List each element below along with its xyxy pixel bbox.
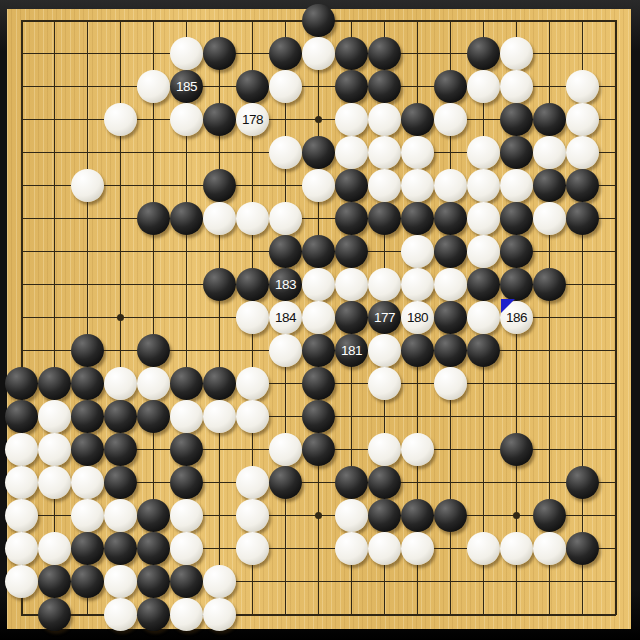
intersection[interactable] [137, 103, 170, 136]
intersection[interactable] [203, 565, 236, 598]
intersection[interactable] [434, 136, 467, 169]
intersection[interactable] [71, 532, 104, 565]
intersection[interactable] [5, 4, 38, 37]
intersection[interactable] [203, 103, 236, 136]
intersection[interactable] [71, 433, 104, 466]
intersection[interactable] [38, 334, 71, 367]
intersection[interactable] [104, 70, 137, 103]
intersection[interactable] [170, 334, 203, 367]
intersection[interactable] [467, 499, 500, 532]
intersection[interactable] [599, 169, 632, 202]
intersection[interactable] [269, 103, 302, 136]
intersection[interactable] [236, 334, 269, 367]
intersection[interactable] [38, 235, 71, 268]
intersection[interactable] [533, 400, 566, 433]
intersection[interactable] [467, 136, 500, 169]
intersection[interactable] [467, 37, 500, 70]
intersection[interactable] [533, 598, 566, 631]
intersection[interactable] [236, 301, 269, 334]
intersection[interactable] [368, 136, 401, 169]
intersection[interactable] [500, 268, 533, 301]
intersection[interactable] [566, 400, 599, 433]
intersection[interactable] [434, 103, 467, 136]
intersection[interactable] [203, 466, 236, 499]
intersection[interactable] [38, 169, 71, 202]
intersection[interactable] [500, 334, 533, 367]
intersection[interactable] [137, 70, 170, 103]
intersection[interactable] [434, 400, 467, 433]
intersection[interactable] [137, 136, 170, 169]
intersection[interactable] [269, 433, 302, 466]
intersection[interactable] [335, 103, 368, 136]
intersection[interactable] [533, 103, 566, 136]
intersection[interactable] [599, 499, 632, 532]
intersection[interactable] [434, 499, 467, 532]
intersection[interactable] [401, 169, 434, 202]
intersection[interactable] [500, 202, 533, 235]
intersection[interactable] [104, 598, 137, 631]
intersection[interactable] [203, 433, 236, 466]
intersection[interactable] [137, 169, 170, 202]
intersection[interactable]: 177 [368, 301, 401, 334]
intersection[interactable] [599, 598, 632, 631]
intersection[interactable] [368, 235, 401, 268]
intersection[interactable] [137, 334, 170, 367]
intersection[interactable] [269, 400, 302, 433]
intersection[interactable] [599, 400, 632, 433]
intersection[interactable] [71, 598, 104, 631]
intersection[interactable] [335, 433, 368, 466]
intersection[interactable] [566, 202, 599, 235]
intersection[interactable] [137, 202, 170, 235]
intersection[interactable] [269, 334, 302, 367]
intersection[interactable] [500, 4, 533, 37]
intersection[interactable] [335, 532, 368, 565]
intersection[interactable] [500, 103, 533, 136]
intersection[interactable] [500, 37, 533, 70]
intersection[interactable] [137, 235, 170, 268]
intersection[interactable] [434, 70, 467, 103]
intersection[interactable] [269, 202, 302, 235]
intersection[interactable] [401, 367, 434, 400]
intersection[interactable] [236, 466, 269, 499]
intersection[interactable] [368, 169, 401, 202]
intersection[interactable] [302, 598, 335, 631]
intersection[interactable] [500, 367, 533, 400]
intersection[interactable] [170, 268, 203, 301]
intersection[interactable] [170, 136, 203, 169]
intersection[interactable] [401, 334, 434, 367]
intersection[interactable] [599, 70, 632, 103]
intersection[interactable]: 184 [269, 301, 302, 334]
intersection[interactable] [38, 400, 71, 433]
intersection[interactable] [599, 136, 632, 169]
intersection[interactable] [104, 565, 137, 598]
intersection[interactable] [170, 301, 203, 334]
intersection[interactable] [533, 235, 566, 268]
intersection[interactable]: 186 [500, 301, 533, 334]
intersection[interactable] [269, 37, 302, 70]
intersection[interactable] [401, 400, 434, 433]
intersection[interactable] [566, 466, 599, 499]
intersection[interactable] [368, 499, 401, 532]
intersection[interactable] [533, 433, 566, 466]
intersection[interactable] [302, 268, 335, 301]
intersection[interactable] [104, 103, 137, 136]
intersection[interactable] [104, 400, 137, 433]
intersection[interactable] [38, 4, 71, 37]
intersection[interactable]: 185 [170, 70, 203, 103]
intersection[interactable] [71, 4, 104, 37]
intersection[interactable] [137, 400, 170, 433]
intersection[interactable] [5, 301, 38, 334]
intersection[interactable] [236, 37, 269, 70]
intersection[interactable] [401, 136, 434, 169]
intersection[interactable] [236, 169, 269, 202]
intersection[interactable] [236, 598, 269, 631]
intersection[interactable] [335, 4, 368, 37]
intersection[interactable] [566, 70, 599, 103]
intersection[interactable] [599, 4, 632, 37]
intersection[interactable] [236, 532, 269, 565]
intersection[interactable] [170, 367, 203, 400]
intersection[interactable] [38, 367, 71, 400]
intersection[interactable] [302, 301, 335, 334]
intersection[interactable] [566, 499, 599, 532]
intersection[interactable] [236, 202, 269, 235]
intersection[interactable] [137, 268, 170, 301]
intersection[interactable] [434, 334, 467, 367]
intersection[interactable] [335, 136, 368, 169]
intersection[interactable] [137, 4, 170, 37]
intersection[interactable] [566, 565, 599, 598]
intersection[interactable]: 181 [335, 334, 368, 367]
intersection[interactable] [38, 103, 71, 136]
intersection[interactable] [335, 37, 368, 70]
intersection[interactable] [566, 532, 599, 565]
intersection[interactable] [38, 301, 71, 334]
intersection[interactable] [269, 70, 302, 103]
intersection[interactable] [434, 433, 467, 466]
intersection[interactable] [137, 565, 170, 598]
intersection[interactable] [203, 301, 236, 334]
intersection[interactable] [203, 4, 236, 37]
intersection[interactable] [5, 235, 38, 268]
intersection[interactable] [599, 37, 632, 70]
intersection[interactable] [137, 367, 170, 400]
intersection[interactable] [599, 235, 632, 268]
intersection[interactable] [533, 565, 566, 598]
intersection[interactable] [467, 103, 500, 136]
intersection[interactable] [335, 301, 368, 334]
intersection[interactable] [203, 235, 236, 268]
intersection[interactable] [368, 532, 401, 565]
intersection[interactable] [599, 268, 632, 301]
intersection[interactable] [401, 565, 434, 598]
intersection[interactable] [71, 400, 104, 433]
intersection[interactable] [170, 103, 203, 136]
intersection[interactable] [170, 400, 203, 433]
intersection[interactable] [302, 202, 335, 235]
intersection[interactable] [170, 598, 203, 631]
intersection[interactable] [236, 499, 269, 532]
intersection[interactable] [302, 532, 335, 565]
intersection[interactable] [368, 268, 401, 301]
intersection[interactable]: 183 [269, 268, 302, 301]
intersection[interactable] [335, 268, 368, 301]
intersection[interactable] [137, 37, 170, 70]
intersection[interactable] [335, 400, 368, 433]
intersection[interactable] [335, 367, 368, 400]
intersection[interactable] [467, 202, 500, 235]
intersection[interactable] [533, 70, 566, 103]
intersection[interactable] [599, 466, 632, 499]
intersection[interactable] [335, 70, 368, 103]
intersection[interactable] [401, 499, 434, 532]
intersection[interactable] [71, 169, 104, 202]
intersection[interactable] [236, 70, 269, 103]
intersection[interactable] [533, 268, 566, 301]
intersection[interactable] [599, 334, 632, 367]
intersection[interactable] [236, 367, 269, 400]
intersection[interactable] [401, 598, 434, 631]
intersection[interactable] [203, 400, 236, 433]
intersection[interactable] [467, 367, 500, 400]
intersection[interactable] [104, 367, 137, 400]
intersection[interactable] [170, 499, 203, 532]
intersection[interactable] [269, 598, 302, 631]
intersection[interactable] [104, 499, 137, 532]
intersection[interactable] [368, 466, 401, 499]
intersection[interactable] [71, 136, 104, 169]
intersection[interactable] [104, 433, 137, 466]
intersection[interactable] [104, 202, 137, 235]
intersection[interactable] [533, 202, 566, 235]
intersection[interactable] [566, 367, 599, 400]
intersection[interactable] [434, 4, 467, 37]
intersection[interactable] [302, 70, 335, 103]
intersection[interactable] [137, 598, 170, 631]
intersection[interactable] [599, 565, 632, 598]
intersection[interactable] [401, 70, 434, 103]
intersection[interactable] [467, 334, 500, 367]
intersection[interactable] [104, 4, 137, 37]
intersection[interactable] [269, 466, 302, 499]
intersection[interactable] [71, 202, 104, 235]
intersection[interactable] [5, 598, 38, 631]
intersection[interactable] [5, 136, 38, 169]
intersection[interactable] [38, 499, 71, 532]
intersection[interactable] [71, 301, 104, 334]
intersection[interactable] [203, 70, 236, 103]
intersection[interactable] [104, 532, 137, 565]
intersection[interactable] [5, 466, 38, 499]
intersection[interactable] [203, 268, 236, 301]
intersection[interactable] [38, 70, 71, 103]
intersection[interactable] [368, 367, 401, 400]
intersection[interactable] [566, 334, 599, 367]
intersection[interactable] [170, 235, 203, 268]
intersection[interactable] [467, 268, 500, 301]
intersection[interactable] [302, 235, 335, 268]
intersection[interactable] [203, 499, 236, 532]
intersection[interactable] [467, 598, 500, 631]
intersection[interactable] [533, 499, 566, 532]
intersection[interactable] [335, 466, 368, 499]
intersection[interactable] [566, 598, 599, 631]
intersection[interactable] [434, 268, 467, 301]
intersection[interactable] [5, 499, 38, 532]
intersection[interactable] [38, 202, 71, 235]
intersection[interactable] [434, 367, 467, 400]
intersection[interactable] [599, 202, 632, 235]
intersection[interactable] [533, 466, 566, 499]
intersection[interactable] [434, 37, 467, 70]
intersection[interactable] [434, 301, 467, 334]
intersection[interactable] [401, 4, 434, 37]
intersection[interactable] [335, 598, 368, 631]
intersection[interactable] [434, 235, 467, 268]
intersection[interactable] [236, 565, 269, 598]
intersection[interactable] [71, 103, 104, 136]
intersection[interactable] [5, 367, 38, 400]
intersection[interactable] [533, 334, 566, 367]
intersection[interactable] [533, 301, 566, 334]
intersection[interactable] [5, 268, 38, 301]
intersection[interactable] [302, 103, 335, 136]
intersection[interactable] [38, 37, 71, 70]
intersection[interactable] [566, 37, 599, 70]
intersection[interactable] [434, 565, 467, 598]
intersection[interactable] [467, 235, 500, 268]
intersection[interactable] [104, 37, 137, 70]
intersection[interactable] [38, 532, 71, 565]
intersection[interactable] [302, 466, 335, 499]
intersection[interactable] [5, 169, 38, 202]
intersection[interactable] [302, 4, 335, 37]
intersection[interactable] [71, 70, 104, 103]
intersection[interactable] [104, 169, 137, 202]
intersection[interactable] [500, 136, 533, 169]
intersection[interactable] [368, 598, 401, 631]
intersection[interactable] [71, 268, 104, 301]
intersection[interactable] [500, 235, 533, 268]
intersection[interactable] [467, 4, 500, 37]
intersection[interactable] [368, 103, 401, 136]
intersection[interactable] [137, 466, 170, 499]
intersection[interactable] [5, 532, 38, 565]
intersection[interactable] [203, 202, 236, 235]
intersection[interactable] [566, 4, 599, 37]
intersection[interactable] [236, 268, 269, 301]
intersection[interactable] [170, 37, 203, 70]
intersection[interactable] [38, 466, 71, 499]
intersection[interactable] [533, 169, 566, 202]
intersection[interactable]: 180 [401, 301, 434, 334]
intersection[interactable] [5, 202, 38, 235]
intersection[interactable] [170, 466, 203, 499]
intersection[interactable] [71, 235, 104, 268]
intersection[interactable] [203, 169, 236, 202]
intersection[interactable] [5, 103, 38, 136]
intersection[interactable] [203, 532, 236, 565]
intersection[interactable] [434, 466, 467, 499]
intersection[interactable] [5, 565, 38, 598]
intersection[interactable] [401, 532, 434, 565]
intersection[interactable] [467, 400, 500, 433]
intersection[interactable] [236, 433, 269, 466]
intersection[interactable] [203, 598, 236, 631]
intersection[interactable] [236, 4, 269, 37]
intersection[interactable] [38, 598, 71, 631]
intersection[interactable] [599, 103, 632, 136]
intersection[interactable] [566, 136, 599, 169]
intersection[interactable] [269, 565, 302, 598]
intersection[interactable] [599, 532, 632, 565]
intersection[interactable] [467, 169, 500, 202]
intersection[interactable] [434, 598, 467, 631]
intersection[interactable] [71, 37, 104, 70]
intersection[interactable] [368, 334, 401, 367]
intersection[interactable] [104, 301, 137, 334]
intersection[interactable] [434, 202, 467, 235]
intersection[interactable] [401, 37, 434, 70]
intersection[interactable] [434, 169, 467, 202]
intersection[interactable] [269, 235, 302, 268]
intersection[interactable] [434, 532, 467, 565]
intersection[interactable] [5, 400, 38, 433]
intersection[interactable] [269, 532, 302, 565]
intersection[interactable] [566, 103, 599, 136]
intersection[interactable] [203, 367, 236, 400]
intersection[interactable] [137, 301, 170, 334]
intersection[interactable] [5, 433, 38, 466]
intersection[interactable] [467, 433, 500, 466]
intersection[interactable] [170, 4, 203, 37]
intersection[interactable] [170, 169, 203, 202]
intersection[interactable] [71, 367, 104, 400]
intersection[interactable] [566, 301, 599, 334]
intersection[interactable] [401, 466, 434, 499]
intersection[interactable] [467, 301, 500, 334]
intersection[interactable] [269, 367, 302, 400]
intersection[interactable] [302, 400, 335, 433]
intersection[interactable] [236, 136, 269, 169]
intersection[interactable] [368, 70, 401, 103]
intersection[interactable] [467, 532, 500, 565]
intersection[interactable] [401, 268, 434, 301]
intersection[interactable] [71, 565, 104, 598]
intersection[interactable] [533, 136, 566, 169]
intersection[interactable] [137, 499, 170, 532]
intersection[interactable] [599, 367, 632, 400]
intersection[interactable] [203, 136, 236, 169]
intersection[interactable] [71, 334, 104, 367]
intersection[interactable] [170, 565, 203, 598]
intersection[interactable] [302, 499, 335, 532]
intersection[interactable] [203, 334, 236, 367]
intersection[interactable] [269, 499, 302, 532]
intersection[interactable] [368, 565, 401, 598]
intersection[interactable] [566, 235, 599, 268]
intersection[interactable] [533, 532, 566, 565]
intersection[interactable]: 178 [236, 103, 269, 136]
intersection[interactable] [500, 532, 533, 565]
intersection[interactable] [500, 466, 533, 499]
intersection[interactable] [38, 136, 71, 169]
intersection[interactable] [170, 532, 203, 565]
intersection[interactable] [533, 367, 566, 400]
